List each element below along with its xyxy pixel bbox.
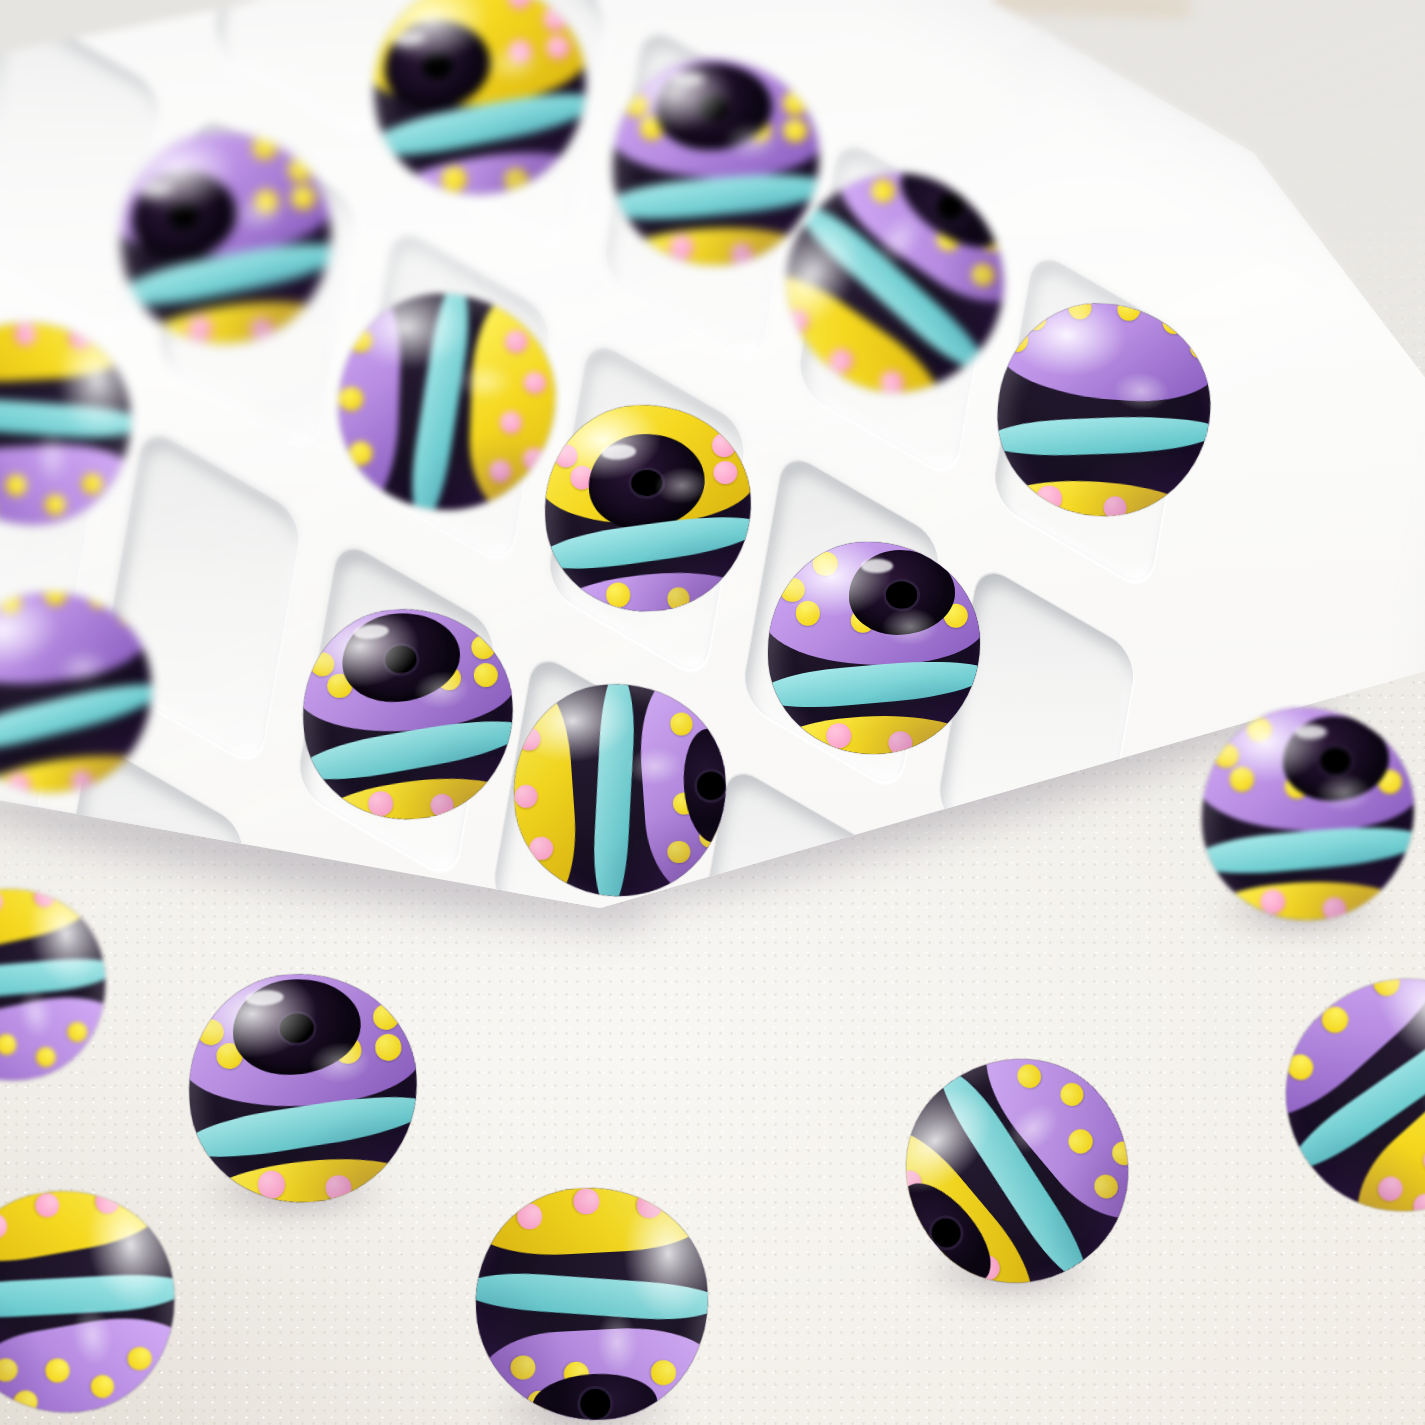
yellow-dot	[650, 1360, 676, 1386]
pink-dot	[516, 1203, 543, 1230]
yellow-dot	[65, 1020, 89, 1044]
bead-hole	[886, 581, 918, 608]
pink-dot	[713, 460, 738, 485]
pink-dot	[32, 884, 57, 909]
pink-dot	[187, 314, 215, 342]
yellow-dot	[126, 1345, 153, 1372]
bead-eye	[656, 63, 771, 150]
teal-stripe	[991, 414, 1217, 458]
yellow-dot	[813, 552, 837, 576]
teal-stripe	[0, 1271, 188, 1319]
pink-dot	[506, 0, 533, 10]
pink-dot	[257, 1170, 286, 1199]
bead-B6-side-scattered[interactable]	[1240, 932, 1425, 1260]
bead-B5-top-scattered[interactable]	[1202, 708, 1414, 920]
yellow-dot	[1064, 1125, 1097, 1158]
pink-dot	[0, 1212, 9, 1240]
eye-glint	[1295, 725, 1327, 739]
pink-dot	[514, 784, 539, 809]
bead-T8-top-r2c4[interactable]	[768, 542, 980, 754]
bead-hole	[420, 51, 454, 81]
bead-hole	[278, 1013, 314, 1044]
bead-right-cap	[0, 985, 124, 1099]
bead-hole	[631, 469, 663, 497]
yellow-dot	[440, 165, 468, 193]
pink-dot	[0, 889, 5, 914]
pink-dot	[367, 790, 394, 817]
pink-dot	[1260, 889, 1285, 914]
yellow-dot	[1055, 1078, 1088, 1111]
pink-dot	[544, 34, 571, 61]
pink-dot	[488, 460, 511, 483]
yellow-dot	[5, 474, 27, 496]
yellow-dot	[1282, 1049, 1318, 1085]
pink-dot	[33, 1191, 61, 1219]
yellow-dot	[89, 1373, 116, 1400]
yellow-dot	[44, 493, 66, 515]
teal-stripe	[0, 394, 136, 442]
yellow-dot	[1013, 1060, 1046, 1093]
bead-hole	[579, 1388, 611, 1420]
teal-stripe	[613, 169, 819, 226]
yellow-dot	[197, 1018, 225, 1046]
pink-dot	[14, 323, 37, 346]
yellow-dot	[796, 601, 820, 625]
bead-hole	[384, 645, 418, 674]
yellow-dot	[0, 1357, 19, 1384]
pink-dot	[505, 330, 528, 353]
eye-glint	[601, 444, 636, 461]
pink-dot	[93, 1187, 121, 1215]
yellow-dot	[372, 1003, 400, 1031]
yellow-dot	[34, 1045, 58, 1069]
yellow-dot	[44, 1357, 71, 1384]
bead-left-cap	[0, 871, 99, 964]
yellow-dot	[12, 1388, 39, 1415]
teal-stripe	[470, 1269, 714, 1324]
yellow-dot	[374, 1033, 402, 1061]
pink-dot	[1408, 1189, 1425, 1223]
bead-hole	[696, 771, 725, 800]
yellow-dot	[667, 840, 691, 864]
yellow-dot	[253, 188, 280, 215]
pink-dot	[1373, 1172, 1407, 1206]
bead-hole	[698, 95, 729, 121]
yellow-dot	[1090, 1170, 1123, 1203]
pink-dot	[669, 235, 694, 260]
yellow-dot	[1107, 1137, 1140, 1170]
pink-dot	[499, 410, 522, 433]
yellow-dot	[290, 185, 317, 212]
bead-right-cap	[0, 1306, 193, 1425]
bead-B2-side-scattered[interactable]	[0, 871, 124, 1099]
yellow-dot	[1214, 744, 1238, 768]
yellow-dot	[605, 582, 631, 608]
yellow-dot	[1230, 767, 1254, 791]
eye-glint	[861, 559, 893, 573]
pink-dot	[826, 723, 851, 748]
yellow-dot	[1317, 1002, 1353, 1038]
yellow-dot	[1369, 965, 1405, 1001]
yellow-dot	[81, 473, 103, 495]
teal-stripe	[590, 677, 636, 903]
yellow-dot	[670, 712, 694, 736]
bead-hole	[1320, 747, 1352, 774]
bead-hole	[167, 202, 201, 232]
eye-glint	[670, 72, 705, 86]
bead-B7-side-scattered[interactable]	[0, 1173, 193, 1425]
yellow-dot	[1247, 718, 1271, 742]
pink-dot	[573, 1188, 600, 1215]
bead-tray-photo-scene	[0, 0, 1425, 1425]
bead-T2-top-r1c3[interactable]	[613, 59, 819, 265]
teal-stripe	[405, 290, 477, 513]
yellow-dot	[867, 175, 899, 207]
pink-dot	[507, 38, 534, 65]
bead-left-cap	[470, 1182, 710, 1259]
teal-stripe	[0, 955, 117, 1004]
yellow-dot	[0, 1033, 18, 1057]
yellow-dot	[473, 662, 499, 688]
yellow-dot	[967, 259, 999, 291]
pink-dot	[523, 371, 546, 394]
yellow-dot	[510, 1355, 536, 1381]
pink-dot	[636, 1192, 663, 1219]
yellow-dot	[783, 119, 807, 143]
pink-dot	[1419, 1143, 1425, 1177]
bead-left-cap	[0, 1173, 169, 1274]
yellow-dot	[339, 386, 364, 411]
